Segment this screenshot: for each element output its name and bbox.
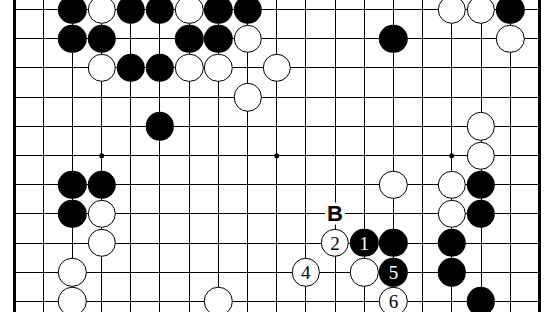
go-board: B21456 — [0, 0, 554, 312]
intersection-r2-c4 — [87, 24, 116, 53]
stone-white — [496, 25, 524, 53]
intersection-r4-c6 — [145, 83, 174, 112]
intersection-r1-c16 — [437, 0, 466, 24]
intersection-r6-c17 — [466, 141, 495, 170]
intersection-r2-c14 — [379, 24, 408, 53]
intersection-r11-c5 — [116, 287, 145, 312]
intersection-r1-c5 — [116, 0, 145, 24]
point-label-B: B — [325, 202, 345, 224]
intersection-r6-c3 — [58, 141, 87, 170]
intersection-r2-c7 — [175, 24, 204, 53]
intersection-r4-c7 — [175, 83, 204, 112]
intersection-r8-c3 — [58, 199, 87, 228]
intersection-r5-c9 — [233, 112, 262, 141]
intersection-r11-c4 — [87, 287, 116, 312]
intersection-r4-c18 — [496, 83, 525, 112]
intersection-r4-c3 — [58, 83, 87, 112]
intersection-r5-c7 — [175, 112, 204, 141]
intersection-r10-c7 — [175, 258, 204, 287]
intersection-r8-c6 — [145, 199, 174, 228]
intersection-r6-c14 — [379, 141, 408, 170]
intersection-r3-c3 — [58, 53, 87, 82]
intersection-r1-c10 — [262, 0, 291, 24]
intersection-r7-c17 — [466, 170, 495, 199]
intersection-r11-c7 — [175, 287, 204, 312]
intersection-r6-c16 — [437, 141, 466, 170]
stone-black — [438, 258, 466, 286]
intersection-r9-c16 — [437, 229, 466, 258]
intersection-r8-c15 — [408, 199, 437, 228]
intersection-r7-c19 — [525, 170, 554, 199]
intersection-r11-c8 — [204, 287, 233, 312]
stone-black — [58, 200, 86, 228]
intersection-r2-c15 — [408, 24, 437, 53]
intersection-r3-c7 — [175, 53, 204, 82]
intersection-r10-c1 — [0, 258, 29, 287]
intersection-r6-c13 — [350, 141, 379, 170]
stone-white — [233, 25, 261, 53]
intersection-r9-c12: 2 — [320, 229, 349, 258]
intersection-r2-c6 — [145, 24, 174, 53]
intersection-r3-c9 — [233, 53, 262, 82]
intersection-r2-c9 — [233, 24, 262, 53]
intersection-r1-c13 — [350, 0, 379, 24]
intersection-r5-c14 — [379, 112, 408, 141]
intersection-r7-c18 — [496, 170, 525, 199]
intersection-r5-c2 — [29, 112, 58, 141]
intersection-r4-c1 — [0, 83, 29, 112]
intersection-r3-c2 — [29, 53, 58, 82]
stone-white-move-4: 4 — [292, 258, 320, 286]
stone-white — [204, 54, 232, 82]
intersection-r3-c4 — [87, 53, 116, 82]
intersection-r7-c13 — [350, 170, 379, 199]
intersection-r4-c9 — [233, 83, 262, 112]
intersection-r5-c11 — [291, 112, 320, 141]
intersection-r10-c10 — [262, 258, 291, 287]
intersection-r11-c1 — [0, 287, 29, 312]
intersection-r4-c15 — [408, 83, 437, 112]
stone-black-move-1: 1 — [350, 229, 378, 257]
intersection-r6-c9 — [233, 141, 262, 170]
intersection-r7-c10 — [262, 170, 291, 199]
intersection-r2-c17 — [466, 24, 495, 53]
intersection-r3-c15 — [408, 53, 437, 82]
intersection-r4-c17 — [466, 83, 495, 112]
intersection-r11-c19 — [525, 287, 554, 312]
intersection-r6-c11 — [291, 141, 320, 170]
intersection-r10-c11: 4 — [291, 258, 320, 287]
stone-black — [58, 25, 86, 53]
intersection-r1-c11 — [291, 0, 320, 24]
intersection-r2-c10 — [262, 24, 291, 53]
intersection-r10-c3 — [58, 258, 87, 287]
intersection-r11-c11 — [291, 287, 320, 312]
intersection-r9-c19 — [525, 229, 554, 258]
intersection-r9-c9 — [233, 229, 262, 258]
intersection-r5-c13 — [350, 112, 379, 141]
intersection-r11-c16 — [437, 287, 466, 312]
intersection-r2-c12 — [320, 24, 349, 53]
intersection-r9-c5 — [116, 229, 145, 258]
stone-white — [467, 112, 495, 140]
intersection-r1-c2 — [29, 0, 58, 24]
intersection-r5-c15 — [408, 112, 437, 141]
intersection-r1-c1 — [0, 0, 29, 24]
intersection-r3-c17 — [466, 53, 495, 82]
stone-black — [204, 0, 232, 24]
stone-black — [467, 200, 495, 228]
intersection-r10-c4 — [87, 258, 116, 287]
intersection-r10-c14: 5 — [379, 258, 408, 287]
intersection-r6-c18 — [496, 141, 525, 170]
intersection-r11-c10 — [262, 287, 291, 312]
intersection-r1-c4 — [87, 0, 116, 24]
intersection-r7-c1 — [0, 170, 29, 199]
intersection-r11-c12 — [320, 287, 349, 312]
star-point — [274, 153, 280, 159]
intersection-r11-c9 — [233, 287, 262, 312]
intersection-r3-c10 — [262, 53, 291, 82]
intersection-r3-c12 — [320, 53, 349, 82]
intersection-r1-c3 — [58, 0, 87, 24]
intersection-r11-c6 — [145, 287, 174, 312]
intersection-r5-c16 — [437, 112, 466, 141]
intersection-r3-c1 — [0, 53, 29, 82]
stone-white — [467, 141, 495, 169]
intersection-r6-c7 — [175, 141, 204, 170]
stone-white — [58, 287, 86, 312]
stone-black — [379, 25, 407, 53]
intersection-r10-c12 — [320, 258, 349, 287]
stone-white — [438, 0, 466, 24]
intersection-r6-c6 — [145, 141, 174, 170]
intersection-r9-c4 — [87, 229, 116, 258]
intersection-r2-c3 — [58, 24, 87, 53]
intersection-r7-c11 — [291, 170, 320, 199]
stone-black — [117, 0, 145, 24]
intersection-r6-c4 — [87, 141, 116, 170]
stone-black — [467, 287, 495, 312]
intersection-r5-c10 — [262, 112, 291, 141]
intersection-r9-c10 — [262, 229, 291, 258]
intersection-r8-c12: B — [320, 199, 349, 228]
intersection-r1-c6 — [145, 0, 174, 24]
intersection-r8-c1 — [0, 199, 29, 228]
intersection-r7-c7 — [175, 170, 204, 199]
intersection-r3-c18 — [496, 53, 525, 82]
intersection-r7-c6 — [145, 170, 174, 199]
intersection-r9-c17 — [466, 229, 495, 258]
stone-black-move-5: 5 — [379, 258, 407, 286]
intersection-r7-c2 — [29, 170, 58, 199]
stone-white — [58, 258, 86, 286]
intersection-r10-c17 — [466, 258, 495, 287]
intersection-r9-c1 — [0, 229, 29, 258]
intersection-r4-c14 — [379, 83, 408, 112]
intersection-r1-c18 — [496, 0, 525, 24]
intersection-r1-c17 — [466, 0, 495, 24]
intersection-r8-c17 — [466, 199, 495, 228]
intersection-r4-c19 — [525, 83, 554, 112]
intersection-r6-c1 — [0, 141, 29, 170]
intersection-r8-c19 — [525, 199, 554, 228]
intersection-r8-c13 — [350, 199, 379, 228]
star-point — [99, 153, 105, 159]
intersection-r4-c5 — [116, 83, 145, 112]
intersection-r11-c3 — [58, 287, 87, 312]
intersection-r10-c19 — [525, 258, 554, 287]
intersection-r3-c8 — [204, 53, 233, 82]
intersection-r4-c10 — [262, 83, 291, 112]
stone-black — [233, 0, 261, 24]
intersection-r6-c5 — [116, 141, 145, 170]
intersection-r8-c4 — [87, 199, 116, 228]
intersection-r7-c12 — [320, 170, 349, 199]
intersection-r9-c11 — [291, 229, 320, 258]
intersection-r10-c8 — [204, 258, 233, 287]
intersection-r5-c18 — [496, 112, 525, 141]
intersection-r3-c5 — [116, 53, 145, 82]
intersection-r6-c10 — [262, 141, 291, 170]
intersection-r3-c16 — [437, 53, 466, 82]
stone-black — [467, 171, 495, 199]
intersection-r8-c5 — [116, 199, 145, 228]
stone-white — [87, 54, 115, 82]
intersection-r10-c15 — [408, 258, 437, 287]
stone-black — [379, 229, 407, 257]
intersection-r8-c16 — [437, 199, 466, 228]
intersection-r10-c18 — [496, 258, 525, 287]
intersection-r7-c8 — [204, 170, 233, 199]
stone-white — [379, 171, 407, 199]
intersection-r2-c11 — [291, 24, 320, 53]
intersection-r10-c6 — [145, 258, 174, 287]
intersection-r10-c13 — [350, 258, 379, 287]
stone-white — [350, 258, 378, 286]
intersection-r6-c8 — [204, 141, 233, 170]
intersection-r7-c14 — [379, 170, 408, 199]
intersection-r8-c10 — [262, 199, 291, 228]
stone-white — [175, 54, 203, 82]
intersection-r4-c8 — [204, 83, 233, 112]
intersection-r6-c2 — [29, 141, 58, 170]
stone-black — [146, 112, 174, 140]
intersection-r8-c14 — [379, 199, 408, 228]
stone-white — [87, 229, 115, 257]
stone-white — [262, 54, 290, 82]
intersection-r11-c2 — [29, 287, 58, 312]
stone-white — [87, 0, 115, 24]
intersection-r3-c6 — [145, 53, 174, 82]
intersection-r3-c13 — [350, 53, 379, 82]
intersection-r1-c8 — [204, 0, 233, 24]
intersection-r1-c19 — [525, 0, 554, 24]
intersection-r4-c4 — [87, 83, 116, 112]
intersection-r11-c14: 6 — [379, 287, 408, 312]
stone-white — [233, 83, 261, 111]
intersection-r5-c6 — [145, 112, 174, 141]
stone-white — [438, 200, 466, 228]
intersection-r4-c13 — [350, 83, 379, 112]
stone-white — [438, 171, 466, 199]
intersection-r5-c1 — [0, 112, 29, 141]
stone-white — [204, 287, 232, 312]
intersection-r7-c16 — [437, 170, 466, 199]
stone-white-move-6: 6 — [379, 287, 407, 312]
stone-black — [117, 54, 145, 82]
intersection-r9-c7 — [175, 229, 204, 258]
intersection-r5-c5 — [116, 112, 145, 141]
intersection-r1-c9 — [233, 0, 262, 24]
stone-black — [175, 25, 203, 53]
intersection-r9-c2 — [29, 229, 58, 258]
intersection-r10-c16 — [437, 258, 466, 287]
intersection-r7-c3 — [58, 170, 87, 199]
intersection-r3-c19 — [525, 53, 554, 82]
intersection-r11-c15 — [408, 287, 437, 312]
intersection-r7-c4 — [87, 170, 116, 199]
intersection-r4-c16 — [437, 83, 466, 112]
intersection-r4-c11 — [291, 83, 320, 112]
intersection-r5-c19 — [525, 112, 554, 141]
stone-black — [146, 54, 174, 82]
stone-black — [204, 25, 232, 53]
stone-black — [496, 0, 524, 24]
intersection-r2-c1 — [0, 24, 29, 53]
intersection-r9-c14 — [379, 229, 408, 258]
intersection-r7-c5 — [116, 170, 145, 199]
intersection-r10-c2 — [29, 258, 58, 287]
intersection-r2-c13 — [350, 24, 379, 53]
intersection-r9-c6 — [145, 229, 174, 258]
intersection-r3-c14 — [379, 53, 408, 82]
stone-black — [87, 25, 115, 53]
intersection-r4-c2 — [29, 83, 58, 112]
intersection-r8-c8 — [204, 199, 233, 228]
go-diagram: B21456 — [0, 0, 556, 312]
intersection-r9-c15 — [408, 229, 437, 258]
intersection-r6-c19 — [525, 141, 554, 170]
star-point — [449, 153, 455, 159]
intersection-r11-c17 — [466, 287, 495, 312]
intersection-r9-c3 — [58, 229, 87, 258]
intersection-r10-c5 — [116, 258, 145, 287]
intersection-r1-c7 — [175, 0, 204, 24]
intersection-r11-c13 — [350, 287, 379, 312]
stone-white — [467, 0, 495, 24]
intersection-r8-c2 — [29, 199, 58, 228]
intersection-r9-c13: 1 — [350, 229, 379, 258]
intersection-r7-c9 — [233, 170, 262, 199]
intersection-r8-c7 — [175, 199, 204, 228]
intersection-r8-c11 — [291, 199, 320, 228]
stone-white-move-2: 2 — [321, 229, 349, 257]
intersection-r5-c4 — [87, 112, 116, 141]
intersection-r5-c12 — [320, 112, 349, 141]
intersection-r2-c16 — [437, 24, 466, 53]
stone-white — [87, 200, 115, 228]
stone-white — [175, 0, 203, 24]
intersection-r10-c9 — [233, 258, 262, 287]
intersection-r1-c12 — [320, 0, 349, 24]
intersection-r7-c15 — [408, 170, 437, 199]
intersection-r2-c2 — [29, 24, 58, 53]
intersection-r2-c8 — [204, 24, 233, 53]
intersection-r5-c8 — [204, 112, 233, 141]
stone-black — [438, 229, 466, 257]
intersection-r1-c14 — [379, 0, 408, 24]
intersection-r9-c18 — [496, 229, 525, 258]
stone-black — [58, 171, 86, 199]
intersection-r11-c18 — [496, 287, 525, 312]
intersection-r5-c3 — [58, 112, 87, 141]
intersection-r2-c5 — [116, 24, 145, 53]
intersection-r1-c15 — [408, 0, 437, 24]
intersection-r6-c12 — [320, 141, 349, 170]
intersection-r4-c12 — [320, 83, 349, 112]
intersection-r2-c19 — [525, 24, 554, 53]
intersection-r3-c11 — [291, 53, 320, 82]
stone-black — [146, 0, 174, 24]
intersection-r2-c18 — [496, 24, 525, 53]
intersection-r9-c8 — [204, 229, 233, 258]
intersection-r8-c9 — [233, 199, 262, 228]
stone-black — [87, 171, 115, 199]
stone-black — [58, 0, 86, 24]
intersection-r6-c15 — [408, 141, 437, 170]
intersection-r5-c17 — [466, 112, 495, 141]
intersection-r8-c18 — [496, 199, 525, 228]
